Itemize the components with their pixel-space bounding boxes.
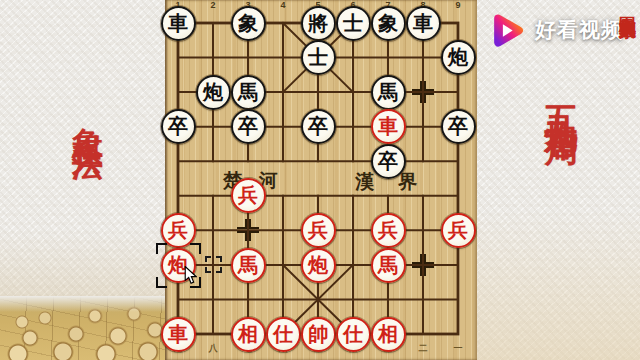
piece-black[interactable]: 士 <box>301 40 336 75</box>
file-label-bottom: 一 <box>440 343 476 353</box>
paper-texture <box>0 230 165 300</box>
right-panel: 好看视频 中国象棋宝典系列 五九炮布局 <box>477 0 640 360</box>
piece-red[interactable]: 仕 <box>266 317 301 352</box>
piece-red[interactable]: 相 <box>231 317 266 352</box>
mouse-cursor <box>184 266 197 285</box>
piece-black[interactable]: 卒 <box>301 109 336 144</box>
wooden-board-photo <box>0 296 165 360</box>
file-label-top: 9 <box>440 0 476 10</box>
piece-red[interactable]: 馬 <box>371 248 406 283</box>
pieces-grid: 車象將士象車士炮炮馬馬卒卒卒卒卒車兵兵兵兵兵炮馬炮馬車相仕帥仕相 <box>161 6 476 352</box>
piece-red[interactable]: 兵 <box>301 213 336 248</box>
piece-red[interactable]: 兵 <box>231 178 266 213</box>
point-marker <box>412 81 434 103</box>
video-frame: { "game": "xiangqi", "position": { "fen"… <box>0 0 640 360</box>
piece-black[interactable]: 馬 <box>231 75 266 110</box>
xiangqi-board[interactable]: 楚河 漢界 車象將士象車士炮炮馬馬卒卒卒卒卒車兵兵兵兵兵炮馬炮馬車相仕帥仕相 1… <box>165 0 477 360</box>
left-title: 象棋兵法 <box>66 103 108 131</box>
piece-red[interactable]: 車 <box>161 317 196 352</box>
piece-black[interactable]: 馬 <box>371 75 406 110</box>
piece-red[interactable]: 兵 <box>371 213 406 248</box>
piece-black[interactable]: 士 <box>336 6 371 41</box>
piece-black[interactable]: 象 <box>371 6 406 41</box>
file-label-top: 2 <box>195 0 231 10</box>
piece-black[interactable]: 車 <box>161 6 196 41</box>
file-label-bottom: 二 <box>405 343 441 353</box>
left-panel: 象棋兵法 <box>0 0 165 360</box>
piece-black[interactable]: 象 <box>231 6 266 41</box>
piece-black[interactable]: 炮 <box>196 75 231 110</box>
point-marker <box>237 219 259 241</box>
brand-watermark[interactable]: 好看视频 <box>489 11 623 49</box>
piece-red[interactable]: 帥 <box>301 317 336 352</box>
piece-black[interactable]: 將 <box>301 6 336 41</box>
piece-red[interactable]: 車 <box>371 109 406 144</box>
piece-red[interactable]: 馬 <box>231 248 266 283</box>
piece-black[interactable]: 炮 <box>441 40 476 75</box>
piece-red[interactable]: 相 <box>371 317 406 352</box>
piece-black[interactable]: 卒 <box>371 144 406 179</box>
file-label-top: 4 <box>265 0 301 10</box>
piece-red[interactable]: 炮 <box>301 248 336 283</box>
file-label-bottom: 八 <box>195 343 231 353</box>
piece-black[interactable]: 卒 <box>441 109 476 144</box>
haokan-play-icon <box>489 11 526 49</box>
brand-text: 好看视频 <box>535 16 623 44</box>
move-from-marker <box>205 256 222 273</box>
piece-red[interactable]: 仕 <box>336 317 371 352</box>
point-marker <box>412 254 434 276</box>
piece-black[interactable]: 卒 <box>231 109 266 144</box>
series-title: 中国象棋宝典系列 <box>616 2 639 10</box>
piece-black[interactable]: 卒 <box>161 109 196 144</box>
episode-title: 五九炮布局 <box>538 80 583 115</box>
piece-red[interactable]: 兵 <box>441 213 476 248</box>
piece-black[interactable]: 車 <box>406 6 441 41</box>
